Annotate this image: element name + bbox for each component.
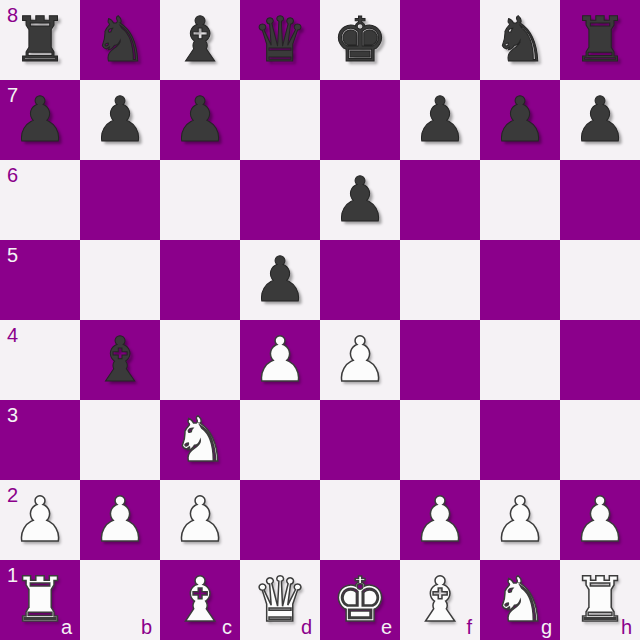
square-b8[interactable]: ♞ bbox=[80, 0, 160, 80]
square-g2[interactable]: ♟ bbox=[480, 480, 560, 560]
square-a8[interactable]: 8♜ bbox=[0, 0, 80, 80]
square-d7[interactable] bbox=[240, 80, 320, 160]
square-e2[interactable] bbox=[320, 480, 400, 560]
square-h3[interactable] bbox=[560, 400, 640, 480]
file-label-b: b bbox=[141, 617, 152, 637]
square-a4[interactable]: 4 bbox=[0, 320, 80, 400]
white-knight-g1[interactable]: ♞ bbox=[480, 560, 560, 640]
square-e3[interactable] bbox=[320, 400, 400, 480]
rank-label-5: 5 bbox=[7, 245, 18, 265]
square-b5[interactable] bbox=[80, 240, 160, 320]
square-e8[interactable]: ♚ bbox=[320, 0, 400, 80]
white-pawn-d4[interactable]: ♟ bbox=[240, 320, 320, 400]
square-a1[interactable]: 1a♜ bbox=[0, 560, 80, 640]
square-b1[interactable]: b bbox=[80, 560, 160, 640]
black-pawn-b7[interactable]: ♟ bbox=[80, 80, 160, 160]
square-b7[interactable]: ♟ bbox=[80, 80, 160, 160]
square-d1[interactable]: d♛ bbox=[240, 560, 320, 640]
black-queen-d8[interactable]: ♛ bbox=[240, 0, 320, 80]
black-pawn-f7[interactable]: ♟ bbox=[400, 80, 480, 160]
square-h5[interactable] bbox=[560, 240, 640, 320]
black-pawn-g7[interactable]: ♟ bbox=[480, 80, 560, 160]
square-d2[interactable] bbox=[240, 480, 320, 560]
white-pawn-c2[interactable]: ♟ bbox=[160, 480, 240, 560]
black-pawn-e6[interactable]: ♟ bbox=[320, 160, 400, 240]
rank-label-3: 3 bbox=[7, 405, 18, 425]
square-d8[interactable]: ♛ bbox=[240, 0, 320, 80]
square-b2[interactable]: ♟ bbox=[80, 480, 160, 560]
square-b6[interactable] bbox=[80, 160, 160, 240]
black-pawn-a7[interactable]: ♟ bbox=[0, 80, 80, 160]
square-a6[interactable]: 6 bbox=[0, 160, 80, 240]
black-rook-a8[interactable]: ♜ bbox=[0, 0, 80, 80]
chess-board: 8♜♞♝♛♚♞♜7♟♟♟♟♟♟6♟5♟4♝♟♟3♞2♟♟♟♟♟♟1a♜bc♝d♛… bbox=[0, 0, 640, 640]
square-d3[interactable] bbox=[240, 400, 320, 480]
white-pawn-e4[interactable]: ♟ bbox=[320, 320, 400, 400]
square-c5[interactable] bbox=[160, 240, 240, 320]
square-g6[interactable] bbox=[480, 160, 560, 240]
white-rook-a1[interactable]: ♜ bbox=[0, 560, 80, 640]
square-e1[interactable]: e♚ bbox=[320, 560, 400, 640]
square-c2[interactable]: ♟ bbox=[160, 480, 240, 560]
white-pawn-a2[interactable]: ♟ bbox=[0, 480, 80, 560]
black-pawn-c7[interactable]: ♟ bbox=[160, 80, 240, 160]
square-g5[interactable] bbox=[480, 240, 560, 320]
square-f6[interactable] bbox=[400, 160, 480, 240]
black-knight-b8[interactable]: ♞ bbox=[80, 0, 160, 80]
square-a2[interactable]: 2♟ bbox=[0, 480, 80, 560]
white-queen-d1[interactable]: ♛ bbox=[240, 560, 320, 640]
square-e5[interactable] bbox=[320, 240, 400, 320]
square-c3[interactable]: ♞ bbox=[160, 400, 240, 480]
black-king-e8[interactable]: ♚ bbox=[320, 0, 400, 80]
black-rook-h8[interactable]: ♜ bbox=[560, 0, 640, 80]
square-f5[interactable] bbox=[400, 240, 480, 320]
square-a7[interactable]: 7♟ bbox=[0, 80, 80, 160]
square-h8[interactable]: ♜ bbox=[560, 0, 640, 80]
black-pawn-d5[interactable]: ♟ bbox=[240, 240, 320, 320]
black-pawn-h7[interactable]: ♟ bbox=[560, 80, 640, 160]
square-h7[interactable]: ♟ bbox=[560, 80, 640, 160]
square-d5[interactable]: ♟ bbox=[240, 240, 320, 320]
square-b4[interactable]: ♝ bbox=[80, 320, 160, 400]
black-bishop-b4[interactable]: ♝ bbox=[80, 320, 160, 400]
white-knight-c3[interactable]: ♞ bbox=[160, 400, 240, 480]
white-pawn-g2[interactable]: ♟ bbox=[480, 480, 560, 560]
white-pawn-h2[interactable]: ♟ bbox=[560, 480, 640, 560]
square-g8[interactable]: ♞ bbox=[480, 0, 560, 80]
square-c4[interactable] bbox=[160, 320, 240, 400]
square-f1[interactable]: f♝ bbox=[400, 560, 480, 640]
rank-label-6: 6 bbox=[7, 165, 18, 185]
square-f7[interactable]: ♟ bbox=[400, 80, 480, 160]
square-g7[interactable]: ♟ bbox=[480, 80, 560, 160]
rank-label-4: 4 bbox=[7, 325, 18, 345]
square-g4[interactable] bbox=[480, 320, 560, 400]
white-pawn-f2[interactable]: ♟ bbox=[400, 480, 480, 560]
square-h1[interactable]: h♜ bbox=[560, 560, 640, 640]
square-h6[interactable] bbox=[560, 160, 640, 240]
square-d4[interactable]: ♟ bbox=[240, 320, 320, 400]
square-e6[interactable]: ♟ bbox=[320, 160, 400, 240]
square-b3[interactable] bbox=[80, 400, 160, 480]
square-f3[interactable] bbox=[400, 400, 480, 480]
square-f4[interactable] bbox=[400, 320, 480, 400]
black-knight-g8[interactable]: ♞ bbox=[480, 0, 560, 80]
square-a5[interactable]: 5 bbox=[0, 240, 80, 320]
white-bishop-f1[interactable]: ♝ bbox=[400, 560, 480, 640]
square-e7[interactable] bbox=[320, 80, 400, 160]
black-bishop-c8[interactable]: ♝ bbox=[160, 0, 240, 80]
square-h2[interactable]: ♟ bbox=[560, 480, 640, 560]
square-d6[interactable] bbox=[240, 160, 320, 240]
white-pawn-b2[interactable]: ♟ bbox=[80, 480, 160, 560]
square-g3[interactable] bbox=[480, 400, 560, 480]
square-c8[interactable]: ♝ bbox=[160, 0, 240, 80]
white-rook-h1[interactable]: ♜ bbox=[560, 560, 640, 640]
square-h4[interactable] bbox=[560, 320, 640, 400]
white-bishop-c1[interactable]: ♝ bbox=[160, 560, 240, 640]
square-c1[interactable]: c♝ bbox=[160, 560, 240, 640]
square-c7[interactable]: ♟ bbox=[160, 80, 240, 160]
square-c6[interactable] bbox=[160, 160, 240, 240]
square-e4[interactable]: ♟ bbox=[320, 320, 400, 400]
white-king-e1[interactable]: ♚ bbox=[320, 560, 400, 640]
square-f2[interactable]: ♟ bbox=[400, 480, 480, 560]
square-f8[interactable] bbox=[400, 0, 480, 80]
square-a3[interactable]: 3 bbox=[0, 400, 80, 480]
square-g1[interactable]: g♞ bbox=[480, 560, 560, 640]
